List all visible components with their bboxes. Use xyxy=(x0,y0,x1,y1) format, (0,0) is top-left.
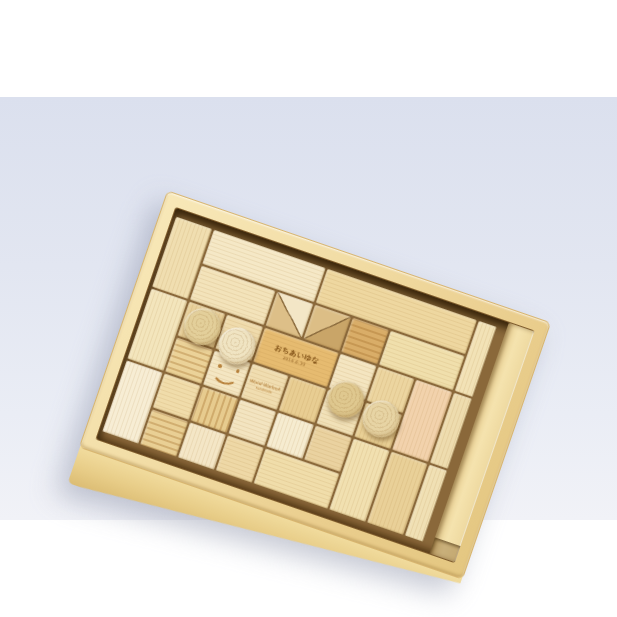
studio-backdrop: おちあいゆな2016.6.30Wood Warlockhandmade xyxy=(0,97,617,520)
wooden-block-box: おちあいゆな2016.6.30Wood Warlockhandmade xyxy=(79,190,551,579)
